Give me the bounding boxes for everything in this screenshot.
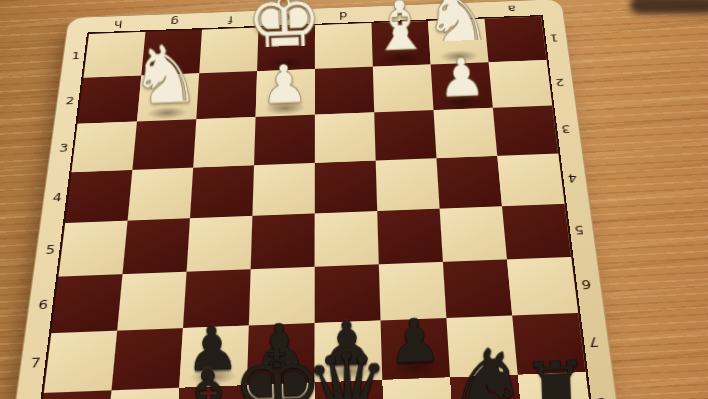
lbl-right-1: 1: [544, 16, 564, 60]
square-f2[interactable]: [196, 71, 257, 119]
square-c3[interactable]: [374, 110, 436, 160]
square-f4[interactable]: [190, 165, 254, 218]
square-f3[interactable]: [193, 117, 255, 168]
square-a6[interactable]: [507, 257, 578, 316]
square-h7[interactable]: [44, 331, 117, 393]
square-a8[interactable]: ♜: [518, 372, 594, 399]
lbl-right-4: 4: [561, 153, 583, 204]
table-surface: ♚♝♞♞♟♟♟♟♟♟♝♚♛♞♜ hgfedcba 12345678 123456…: [0, 0, 708, 399]
square-g2[interactable]: ♞: [137, 73, 199, 121]
square-b3[interactable]: [434, 108, 498, 158]
square-h5[interactable]: [58, 221, 127, 277]
white-pawn-e2[interactable]: ♟: [260, 57, 309, 112]
lbl-right-2: 2: [550, 59, 571, 105]
lbl-left-1: 1: [66, 34, 86, 78]
lbl-right-8: 8: [589, 371, 614, 399]
square-c4[interactable]: [376, 158, 440, 211]
chessboard: ♚♝♞♞♟♟♟♟♟♟♝♚♛♞♜ hgfedcba 12345678 123456…: [3, 0, 625, 399]
square-b8[interactable]: ♞: [450, 375, 524, 399]
square-h4[interactable]: [65, 170, 132, 223]
square-c2[interactable]: [373, 64, 434, 112]
square-a5[interactable]: [502, 204, 571, 260]
blurred-object-on-table: [630, 0, 708, 14]
lbl-left-3: 3: [53, 124, 74, 173]
square-d5[interactable]: [315, 211, 379, 267]
square-a4[interactable]: [497, 153, 564, 206]
lbl-left-2: 2: [60, 78, 81, 125]
square-d8[interactable]: ♛: [315, 380, 385, 399]
square-e3[interactable]: [254, 115, 315, 165]
lbl-right-3: 3: [555, 105, 576, 153]
lbl-left-8: 8: [15, 393, 40, 399]
square-a3[interactable]: [493, 106, 558, 156]
square-e2[interactable]: ♟: [256, 69, 315, 117]
square-b6[interactable]: [443, 259, 512, 318]
square-c1[interactable]: ♝: [371, 21, 430, 67]
lbl-right-6: 6: [574, 256, 598, 313]
square-e5[interactable]: [251, 213, 315, 269]
black-pawn-c7[interactable]: ♟: [387, 311, 443, 373]
square-c5[interactable]: [377, 209, 443, 265]
square-d4[interactable]: [315, 160, 377, 213]
square-g3[interactable]: [132, 119, 196, 170]
square-g5[interactable]: [123, 218, 190, 274]
white-pawn-b2[interactable]: ♟: [437, 50, 486, 105]
square-e4[interactable]: [252, 163, 314, 216]
white-knight-g2[interactable]: ♞: [128, 34, 203, 117]
square-g8[interactable]: [106, 388, 180, 399]
lbl-top-d: d: [315, 10, 371, 22]
square-h6[interactable]: [51, 274, 122, 333]
square-b4[interactable]: [436, 156, 502, 209]
square-g6[interactable]: [117, 272, 186, 331]
square-d3[interactable]: [315, 112, 376, 162]
lbl-right-5: 5: [568, 203, 591, 257]
square-b5[interactable]: [440, 206, 507, 262]
square-b2[interactable]: ♟: [431, 62, 493, 110]
square-g4[interactable]: [128, 167, 194, 220]
square-d2[interactable]: [315, 67, 374, 115]
square-a2[interactable]: [489, 60, 553, 108]
square-c7[interactable]: ♟: [381, 318, 451, 380]
square-f5[interactable]: [187, 216, 253, 272]
black-queen-d8[interactable]: ♛: [302, 339, 392, 399]
square-h3[interactable]: [72, 122, 137, 173]
black-rook-a8[interactable]: ♜: [520, 351, 592, 399]
chessboard-squares: ♚♝♞♞♟♟♟♟♟♟♝♚♛♞♜: [36, 17, 593, 399]
black-knight-b8[interactable]: ♞: [442, 336, 530, 399]
